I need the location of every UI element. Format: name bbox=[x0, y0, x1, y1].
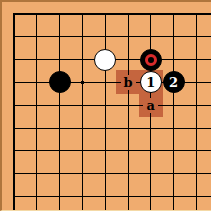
grid-line-horizontal bbox=[13, 36, 211, 37]
grid-line-vertical bbox=[173, 13, 174, 210]
grid-line-vertical bbox=[82, 13, 83, 210]
grid-line-vertical bbox=[196, 13, 197, 210]
grid-line-horizontal bbox=[13, 150, 211, 151]
point-label-a: a bbox=[143, 98, 158, 113]
black-stone bbox=[49, 71, 71, 93]
grid-line-vertical bbox=[128, 13, 129, 210]
hoshi-point bbox=[81, 81, 84, 84]
grid-line-vertical bbox=[59, 13, 60, 210]
grid-line-vertical bbox=[13, 13, 15, 210]
circle-marker bbox=[145, 54, 157, 66]
white-stone bbox=[94, 49, 116, 71]
grid-line-horizontal bbox=[13, 105, 211, 106]
grid-line-horizontal bbox=[13, 13, 211, 15]
grid-line-horizontal bbox=[13, 196, 211, 197]
grid-line-horizontal bbox=[13, 128, 211, 129]
grid-line-vertical bbox=[36, 13, 37, 210]
marked-black-stone bbox=[140, 49, 162, 71]
go-diagram-frame: 12ba bbox=[0, 0, 211, 211]
point-label-b: b bbox=[121, 75, 136, 90]
black-stone-2: 2 bbox=[163, 71, 185, 93]
grid-line-vertical bbox=[105, 13, 106, 210]
go-board: 12ba bbox=[2, 2, 211, 210]
grid-line-horizontal bbox=[13, 173, 211, 174]
